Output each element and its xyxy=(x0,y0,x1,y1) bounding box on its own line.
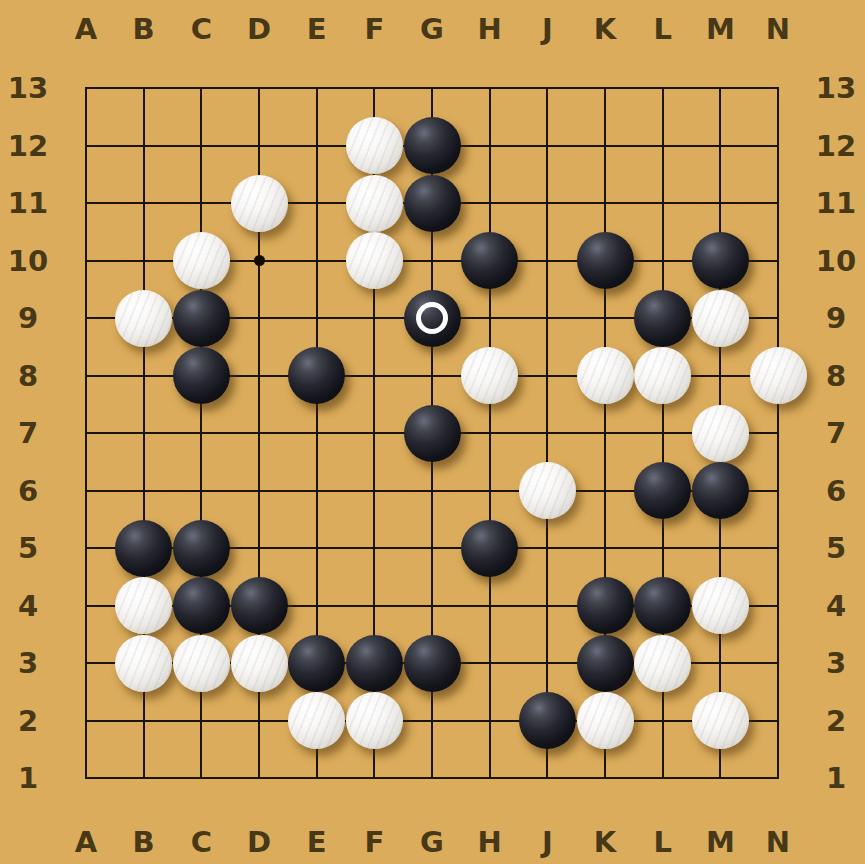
row-label-right-10: 10 xyxy=(814,246,858,276)
stone-L3[interactable] xyxy=(634,635,691,692)
stone-C8[interactable] xyxy=(173,347,230,404)
grid-hline-1 xyxy=(85,777,779,779)
row-label-left-13: 13 xyxy=(6,73,50,103)
column-label-bottom-N: N xyxy=(758,827,798,857)
grid-hline-2 xyxy=(85,720,779,722)
column-label-bottom-A: A xyxy=(66,827,106,857)
stone-K4[interactable] xyxy=(577,577,634,634)
column-label-bottom-C: C xyxy=(181,827,221,857)
stone-G12[interactable] xyxy=(404,117,461,174)
stone-L6[interactable] xyxy=(634,462,691,519)
stone-L4[interactable] xyxy=(634,577,691,634)
row-label-left-12: 12 xyxy=(6,131,50,161)
stone-F10[interactable] xyxy=(346,232,403,289)
column-label-top-M: M xyxy=(700,14,740,44)
stone-K3[interactable] xyxy=(577,635,634,692)
stone-G3[interactable] xyxy=(404,635,461,692)
column-label-top-C: C xyxy=(181,14,221,44)
stone-C5[interactable] xyxy=(173,520,230,577)
stone-K2[interactable] xyxy=(577,692,634,749)
column-label-top-G: G xyxy=(412,14,452,44)
stone-F11[interactable] xyxy=(346,175,403,232)
last-move-marker xyxy=(416,302,448,334)
go-board[interactable]: AABBCCDDEEFFGGHHJJKKLLMMNN13131212111110… xyxy=(0,0,865,864)
row-label-left-2: 2 xyxy=(6,706,50,736)
row-label-right-13: 13 xyxy=(814,73,858,103)
row-label-right-11: 11 xyxy=(814,188,858,218)
column-label-bottom-M: M xyxy=(700,827,740,857)
stone-N8[interactable] xyxy=(750,347,807,404)
row-label-right-4: 4 xyxy=(814,591,858,621)
row-label-right-9: 9 xyxy=(814,303,858,333)
column-label-top-K: K xyxy=(585,14,625,44)
stone-C9[interactable] xyxy=(173,290,230,347)
stone-E8[interactable] xyxy=(288,347,345,404)
column-label-bottom-E: E xyxy=(297,827,337,857)
column-label-bottom-J: J xyxy=(527,827,567,857)
stone-B4[interactable] xyxy=(115,577,172,634)
stone-F12[interactable] xyxy=(346,117,403,174)
stone-B5[interactable] xyxy=(115,520,172,577)
grid-vline-N xyxy=(777,87,779,779)
stone-E2[interactable] xyxy=(288,692,345,749)
row-label-left-9: 9 xyxy=(6,303,50,333)
row-label-left-6: 6 xyxy=(6,476,50,506)
stone-M2[interactable] xyxy=(692,692,749,749)
row-label-left-8: 8 xyxy=(6,361,50,391)
stone-J6[interactable] xyxy=(519,462,576,519)
row-label-left-1: 1 xyxy=(6,763,50,793)
stone-E3[interactable] xyxy=(288,635,345,692)
stone-F2[interactable] xyxy=(346,692,403,749)
stone-J2[interactable] xyxy=(519,692,576,749)
stone-M4[interactable] xyxy=(692,577,749,634)
column-label-top-N: N xyxy=(758,14,798,44)
stone-B9[interactable] xyxy=(115,290,172,347)
column-label-bottom-K: K xyxy=(585,827,625,857)
row-label-right-7: 7 xyxy=(814,418,858,448)
column-label-top-E: E xyxy=(297,14,337,44)
column-label-bottom-B: B xyxy=(124,827,164,857)
row-label-right-8: 8 xyxy=(814,361,858,391)
stone-H8[interactable] xyxy=(461,347,518,404)
column-label-bottom-D: D xyxy=(239,827,279,857)
stone-G7[interactable] xyxy=(404,405,461,462)
column-label-top-B: B xyxy=(124,14,164,44)
row-label-left-4: 4 xyxy=(6,591,50,621)
star-point-D10 xyxy=(254,255,265,266)
stone-K10[interactable] xyxy=(577,232,634,289)
stone-L8[interactable] xyxy=(634,347,691,404)
row-label-right-5: 5 xyxy=(814,533,858,563)
stone-D11[interactable] xyxy=(231,175,288,232)
row-label-left-7: 7 xyxy=(6,418,50,448)
stone-G11[interactable] xyxy=(404,175,461,232)
column-label-bottom-F: F xyxy=(354,827,394,857)
column-label-top-A: A xyxy=(66,14,106,44)
stone-H10[interactable] xyxy=(461,232,518,289)
row-label-right-1: 1 xyxy=(814,763,858,793)
stone-C10[interactable] xyxy=(173,232,230,289)
stone-C4[interactable] xyxy=(173,577,230,634)
stone-G9[interactable] xyxy=(404,290,461,347)
column-label-top-L: L xyxy=(643,14,683,44)
column-label-top-H: H xyxy=(470,14,510,44)
row-label-left-10: 10 xyxy=(6,246,50,276)
row-label-right-12: 12 xyxy=(814,131,858,161)
row-label-right-3: 3 xyxy=(814,648,858,678)
column-label-top-J: J xyxy=(527,14,567,44)
stone-L9[interactable] xyxy=(634,290,691,347)
column-label-top-F: F xyxy=(354,14,394,44)
row-label-right-2: 2 xyxy=(814,706,858,736)
grid-vline-H xyxy=(489,87,491,779)
stone-M7[interactable] xyxy=(692,405,749,462)
stone-D4[interactable] xyxy=(231,577,288,634)
column-label-top-D: D xyxy=(239,14,279,44)
grid-vline-J xyxy=(546,87,548,779)
stone-F3[interactable] xyxy=(346,635,403,692)
stone-D3[interactable] xyxy=(231,635,288,692)
column-label-bottom-H: H xyxy=(470,827,510,857)
stone-M6[interactable] xyxy=(692,462,749,519)
row-label-right-6: 6 xyxy=(814,476,858,506)
stone-M10[interactable] xyxy=(692,232,749,289)
stone-H5[interactable] xyxy=(461,520,518,577)
row-label-left-5: 5 xyxy=(6,533,50,563)
column-label-bottom-G: G xyxy=(412,827,452,857)
stone-B3[interactable] xyxy=(115,635,172,692)
row-label-left-11: 11 xyxy=(6,188,50,218)
column-label-bottom-L: L xyxy=(643,827,683,857)
stone-M9[interactable] xyxy=(692,290,749,347)
row-label-left-3: 3 xyxy=(6,648,50,678)
stone-K8[interactable] xyxy=(577,347,634,404)
stone-C3[interactable] xyxy=(173,635,230,692)
